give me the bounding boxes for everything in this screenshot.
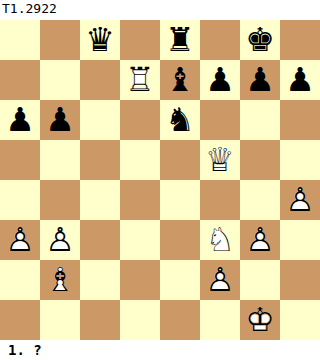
- white-pawn[interactable]: ♟♙: [0, 220, 40, 260]
- piece-outline-glyph: ♕: [200, 140, 240, 180]
- piece-solid-glyph: ♟: [280, 60, 320, 100]
- black-king[interactable]: ♚: [240, 20, 280, 60]
- square-c2[interactable]: [80, 260, 120, 300]
- white-knight[interactable]: ♞♘: [200, 220, 240, 260]
- white-pawn[interactable]: ♟♙: [240, 220, 280, 260]
- piece-solid-glyph: ♜: [160, 20, 200, 60]
- square-h2[interactable]: [280, 260, 320, 300]
- square-d3[interactable]: [120, 220, 160, 260]
- square-g4[interactable]: [240, 180, 280, 220]
- black-queen[interactable]: ♛: [80, 20, 120, 60]
- white-pawn[interactable]: ♟♙: [200, 260, 240, 300]
- chess-board: ♛♜♚♜♖♝♟♟♟♟♟♞♛♕♟♙♟♙♟♙♞♘♟♙♝♗♟♙♚♔: [0, 20, 320, 340]
- square-h8[interactable]: [280, 20, 320, 60]
- piece-solid-glyph: ♟: [200, 60, 240, 100]
- square-e5[interactable]: [160, 140, 200, 180]
- square-g5[interactable]: [240, 140, 280, 180]
- square-a3[interactable]: ♟♙: [0, 220, 40, 260]
- square-d1[interactable]: [120, 300, 160, 340]
- square-f5[interactable]: ♛♕: [200, 140, 240, 180]
- piece-outline-glyph: ♙: [280, 180, 320, 220]
- square-c1[interactable]: [80, 300, 120, 340]
- square-d7[interactable]: ♜♖: [120, 60, 160, 100]
- square-d2[interactable]: [120, 260, 160, 300]
- white-pawn[interactable]: ♟♙: [280, 180, 320, 220]
- square-h4[interactable]: ♟♙: [280, 180, 320, 220]
- square-a7[interactable]: [0, 60, 40, 100]
- square-e3[interactable]: [160, 220, 200, 260]
- square-c5[interactable]: [80, 140, 120, 180]
- square-e4[interactable]: [160, 180, 200, 220]
- square-b2[interactable]: ♝♗: [40, 260, 80, 300]
- piece-solid-glyph: ♞: [160, 100, 200, 140]
- move-prompt: 1. ?: [0, 340, 320, 360]
- square-h1[interactable]: [280, 300, 320, 340]
- piece-outline-glyph: ♔: [240, 300, 280, 340]
- square-e7[interactable]: ♝: [160, 60, 200, 100]
- square-a2[interactable]: [0, 260, 40, 300]
- square-d5[interactable]: [120, 140, 160, 180]
- black-pawn[interactable]: ♟: [0, 100, 40, 140]
- square-b7[interactable]: [40, 60, 80, 100]
- white-queen[interactable]: ♛♕: [200, 140, 240, 180]
- piece-outline-glyph: ♙: [240, 220, 280, 260]
- black-pawn[interactable]: ♟: [240, 60, 280, 100]
- white-rook[interactable]: ♜♖: [120, 60, 160, 100]
- square-e1[interactable]: [160, 300, 200, 340]
- piece-outline-glyph: ♙: [0, 220, 40, 260]
- square-g3[interactable]: ♟♙: [240, 220, 280, 260]
- square-a1[interactable]: [0, 300, 40, 340]
- square-f7[interactable]: ♟: [200, 60, 240, 100]
- square-e2[interactable]: [160, 260, 200, 300]
- square-a6[interactable]: ♟: [0, 100, 40, 140]
- square-h3[interactable]: [280, 220, 320, 260]
- square-b4[interactable]: [40, 180, 80, 220]
- square-d8[interactable]: [120, 20, 160, 60]
- square-f8[interactable]: [200, 20, 240, 60]
- square-h7[interactable]: ♟: [280, 60, 320, 100]
- square-e6[interactable]: ♞: [160, 100, 200, 140]
- square-g1[interactable]: ♚♔: [240, 300, 280, 340]
- square-g6[interactable]: [240, 100, 280, 140]
- square-h5[interactable]: [280, 140, 320, 180]
- square-c7[interactable]: [80, 60, 120, 100]
- black-pawn[interactable]: ♟: [40, 100, 80, 140]
- square-h6[interactable]: [280, 100, 320, 140]
- square-a5[interactable]: [0, 140, 40, 180]
- piece-outline-glyph: ♙: [200, 260, 240, 300]
- square-b1[interactable]: [40, 300, 80, 340]
- square-f6[interactable]: [200, 100, 240, 140]
- white-king[interactable]: ♚♔: [240, 300, 280, 340]
- square-b5[interactable]: [40, 140, 80, 180]
- piece-solid-glyph: ♟: [40, 100, 80, 140]
- square-g7[interactable]: ♟: [240, 60, 280, 100]
- square-c3[interactable]: [80, 220, 120, 260]
- white-bishop[interactable]: ♝♗: [40, 260, 80, 300]
- square-c8[interactable]: ♛: [80, 20, 120, 60]
- piece-outline-glyph: ♙: [40, 220, 80, 260]
- black-pawn[interactable]: ♟: [280, 60, 320, 100]
- piece-solid-glyph: ♟: [240, 60, 280, 100]
- square-f3[interactable]: ♞♘: [200, 220, 240, 260]
- puzzle-id-title: T1.2922: [0, 0, 320, 20]
- square-f1[interactable]: [200, 300, 240, 340]
- square-c4[interactable]: [80, 180, 120, 220]
- chess-puzzle-window: T1.2922 ♛♜♚♜♖♝♟♟♟♟♟♞♛♕♟♙♟♙♟♙♞♘♟♙♝♗♟♙♚♔ 1…: [0, 0, 320, 360]
- piece-outline-glyph: ♘: [200, 220, 240, 260]
- piece-solid-glyph: ♛: [80, 20, 120, 60]
- square-g8[interactable]: ♚: [240, 20, 280, 60]
- square-f4[interactable]: [200, 180, 240, 220]
- square-a4[interactable]: [0, 180, 40, 220]
- piece-outline-glyph: ♗: [40, 260, 80, 300]
- square-d4[interactable]: [120, 180, 160, 220]
- black-bishop[interactable]: ♝: [160, 60, 200, 100]
- square-g2[interactable]: [240, 260, 280, 300]
- square-b6[interactable]: ♟: [40, 100, 80, 140]
- piece-solid-glyph: ♝: [160, 60, 200, 100]
- black-rook[interactable]: ♜: [160, 20, 200, 60]
- square-b8[interactable]: [40, 20, 80, 60]
- piece-solid-glyph: ♟: [0, 100, 40, 140]
- black-pawn[interactable]: ♟: [200, 60, 240, 100]
- piece-outline-glyph: ♖: [120, 60, 160, 100]
- piece-solid-glyph: ♚: [240, 20, 280, 60]
- square-c6[interactable]: [80, 100, 120, 140]
- square-b3[interactable]: ♟♙: [40, 220, 80, 260]
- square-a8[interactable]: [0, 20, 40, 60]
- black-knight[interactable]: ♞: [160, 100, 200, 140]
- square-f2[interactable]: ♟♙: [200, 260, 240, 300]
- square-d6[interactable]: [120, 100, 160, 140]
- white-pawn[interactable]: ♟♙: [40, 220, 80, 260]
- square-e8[interactable]: ♜: [160, 20, 200, 60]
